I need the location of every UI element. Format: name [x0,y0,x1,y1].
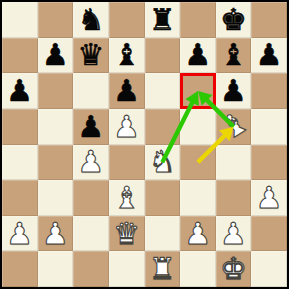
white-rook-e1[interactable]: ♜ [149,254,176,284]
square-a4[interactable] [2,145,38,181]
square-g1[interactable]: ♚ [216,251,252,287]
black-pawn-b7[interactable]: ♟ [42,40,69,70]
square-c6[interactable] [73,73,109,109]
white-pawn-c4[interactable]: ♟ [78,147,105,177]
square-d1[interactable] [109,251,145,287]
square-a2[interactable]: ♟ [2,216,38,252]
square-b1[interactable] [38,251,74,287]
white-pawn-g2[interactable]: ♟ [220,219,247,249]
black-king-g8[interactable]: ♚ [220,5,247,35]
white-pawn-h3[interactable]: ♟ [256,183,283,213]
square-h4[interactable] [251,145,287,181]
square-b3[interactable] [38,180,74,216]
square-b6[interactable] [38,73,74,109]
black-pawn-c5[interactable]: ♟ [78,112,105,142]
square-a5[interactable] [2,109,38,145]
black-pawn-a6[interactable]: ♟ [6,76,33,106]
square-f4[interactable] [180,145,216,181]
white-queen-d2[interactable]: ♛ [113,219,140,249]
square-e6[interactable] [145,73,181,109]
black-bishop-d7[interactable]: ♝ [113,40,140,70]
square-h6[interactable] [251,73,287,109]
black-pawn-d6[interactable]: ♟ [113,76,140,106]
square-e1[interactable]: ♜ [145,251,181,287]
square-h2[interactable] [251,216,287,252]
square-a6[interactable]: ♟ [2,73,38,109]
square-f1[interactable] [180,251,216,287]
black-pawn-f7[interactable]: ♟ [184,40,211,70]
square-b4[interactable] [38,145,74,181]
white-bishop-d3[interactable]: ♝ [113,183,140,213]
board-wrapper: ♞♜♚♟♛♝♟♝♟♟♟♟♟♟♝♟♞♝♟♟♟♛♟♟♜♚ [0,0,289,289]
square-g3[interactable] [216,180,252,216]
square-d6[interactable]: ♟ [109,73,145,109]
square-f7[interactable]: ♟ [180,38,216,74]
square-d5[interactable]: ♟ [109,109,145,145]
square-b8[interactable] [38,2,74,38]
square-f3[interactable] [180,180,216,216]
white-pawn-d5[interactable]: ♟ [113,112,140,142]
white-pawn-a2[interactable]: ♟ [6,219,33,249]
square-f5[interactable] [180,109,216,145]
black-pawn-h7[interactable]: ♟ [256,40,283,70]
square-d4[interactable] [109,145,145,181]
square-c7[interactable]: ♛ [73,38,109,74]
square-c3[interactable] [73,180,109,216]
square-h7[interactable]: ♟ [251,38,287,74]
white-pawn-b2[interactable]: ♟ [42,219,69,249]
chess-board: ♞♜♚♟♛♝♟♝♟♟♟♟♟♟♝♟♞♝♟♟♟♛♟♟♜♚ [0,0,289,289]
square-g5[interactable]: ♝ [216,109,252,145]
square-h8[interactable] [251,2,287,38]
square-c4[interactable]: ♟ [73,145,109,181]
square-e2[interactable] [145,216,181,252]
black-rook-e8[interactable]: ♜ [149,5,176,35]
square-d7[interactable]: ♝ [109,38,145,74]
square-d3[interactable]: ♝ [109,180,145,216]
white-pawn-f2[interactable]: ♟ [184,219,211,249]
square-f8[interactable] [180,2,216,38]
square-a1[interactable] [2,251,38,287]
square-e3[interactable] [145,180,181,216]
square-c8[interactable]: ♞ [73,2,109,38]
square-e8[interactable]: ♜ [145,2,181,38]
square-g2[interactable]: ♟ [216,216,252,252]
square-g7[interactable]: ♝ [216,38,252,74]
square-e5[interactable] [145,109,181,145]
square-d2[interactable]: ♛ [109,216,145,252]
square-a7[interactable] [2,38,38,74]
square-h3[interactable]: ♟ [251,180,287,216]
square-a8[interactable] [2,2,38,38]
square-e7[interactable] [145,38,181,74]
black-bishop-g7[interactable]: ♝ [220,40,247,70]
square-b2[interactable]: ♟ [38,216,74,252]
square-c5[interactable]: ♟ [73,109,109,145]
square-a3[interactable] [2,180,38,216]
square-b7[interactable]: ♟ [38,38,74,74]
white-knight-e4[interactable]: ♞ [149,147,176,177]
black-pawn-g6[interactable]: ♟ [220,76,247,106]
square-f2[interactable]: ♟ [180,216,216,252]
white-king-g1[interactable]: ♚ [220,254,247,284]
square-g8[interactable]: ♚ [216,2,252,38]
square-e4[interactable]: ♞ [145,145,181,181]
square-g4[interactable] [216,145,252,181]
square-c2[interactable] [73,216,109,252]
square-f6-highlighted[interactable] [180,73,216,109]
white-bishop-g5[interactable]: ♝ [215,105,254,145]
square-h1[interactable] [251,251,287,287]
square-c1[interactable] [73,251,109,287]
square-h5[interactable] [251,109,287,145]
black-queen-c7[interactable]: ♛ [78,40,105,70]
square-d8[interactable] [109,2,145,38]
square-b5[interactable] [38,109,74,145]
black-knight-c8[interactable]: ♞ [78,5,105,35]
